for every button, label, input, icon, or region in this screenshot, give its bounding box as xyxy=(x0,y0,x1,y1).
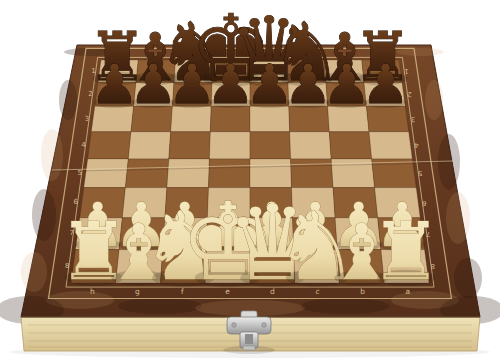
dark-pawn: ♟ xyxy=(361,53,410,116)
rank-label-left-4: 4 xyxy=(81,141,86,149)
clasp-screw-right xyxy=(262,323,267,328)
square-e4 xyxy=(209,132,250,159)
rank-label-right-3: 3 xyxy=(411,115,415,123)
square-f4 xyxy=(169,132,211,159)
square-a4 xyxy=(369,132,412,159)
wood-grain-mottle xyxy=(446,192,470,244)
rank-label-left-3: 3 xyxy=(85,115,89,123)
square-h4 xyxy=(88,132,131,159)
square-g5 xyxy=(125,159,168,188)
light-rook: ♜ xyxy=(371,205,442,298)
wooden-chess-set-photo: 1122334455667788hhggffeeddccbbaa♜♝♞♚♛♞♝♜… xyxy=(0,0,500,358)
wood-grain-mottle xyxy=(454,258,482,298)
clasp-hook-lip xyxy=(243,346,255,350)
square-d4 xyxy=(250,132,291,159)
clasp-hook-notch xyxy=(245,334,253,344)
wood-grain-mottle xyxy=(32,189,56,241)
wood-grain-mottle xyxy=(438,134,460,190)
wood-grain-mottle xyxy=(425,80,443,120)
rank-label-left-5: 5 xyxy=(78,169,82,177)
rank-label-right-4: 4 xyxy=(414,141,419,149)
square-g4 xyxy=(128,132,170,159)
chess-board: 1122334455667788hhggffeeddccbbaa♜♝♞♚♛♞♝♜… xyxy=(0,0,500,358)
square-h5 xyxy=(84,159,129,188)
wood-grain-mottle xyxy=(21,252,47,292)
clasp-screw-left xyxy=(232,323,237,328)
square-c4 xyxy=(290,132,332,159)
wood-grain-mottle xyxy=(41,129,63,181)
wood-grain-mottle xyxy=(59,80,77,120)
rank-label-right-5: 5 xyxy=(418,169,422,177)
square-b4 xyxy=(329,132,371,159)
